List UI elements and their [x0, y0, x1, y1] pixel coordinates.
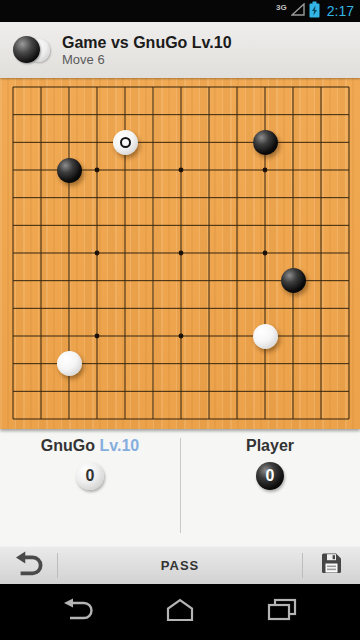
board-cell[interactable] — [195, 101, 223, 129]
android-navigation-bar — [0, 584, 360, 640]
clock-text: 2:17 — [327, 3, 354, 19]
board-cell[interactable] — [27, 78, 55, 101]
board-cell[interactable] — [279, 350, 307, 378]
board-cell[interactable] — [83, 295, 111, 323]
board-cell[interactable] — [279, 184, 307, 212]
board-cell[interactable] — [307, 101, 335, 129]
board-cell[interactable] — [27, 322, 55, 350]
board-cell[interactable] — [111, 295, 139, 323]
home-button[interactable] — [162, 596, 198, 628]
board-cell[interactable] — [251, 378, 279, 406]
board-cell[interactable] — [223, 184, 251, 212]
board-cell[interactable] — [279, 156, 307, 184]
board-cell[interactable] — [279, 322, 307, 350]
board-cell[interactable] — [167, 156, 195, 184]
board-cell[interactable] — [223, 350, 251, 378]
board-cell[interactable] — [251, 156, 279, 184]
board-cell[interactable] — [139, 101, 167, 129]
board-cell[interactable] — [111, 405, 139, 429]
app-header: Game vs GnuGo Lv.10 Move 6 — [0, 22, 360, 78]
board-cell[interactable] — [223, 322, 251, 350]
board-cell[interactable] — [279, 405, 307, 429]
board-cell[interactable] — [0, 378, 27, 406]
board-cell[interactable] — [55, 239, 83, 267]
board-cell[interactable] — [335, 322, 360, 350]
board-cell[interactable] — [111, 78, 139, 101]
white-stone — [253, 324, 278, 349]
board-cell[interactable] — [139, 129, 167, 157]
board-cell[interactable] — [27, 405, 55, 429]
board-intersections — [0, 78, 360, 429]
board-cell[interactable] — [167, 239, 195, 267]
battery-charging-icon — [309, 1, 320, 22]
black-captures-counter: 0 — [256, 462, 284, 490]
app-screen: 3G 2:17 Game vs GnuGo Lv.10 Move 6 — [0, 0, 360, 640]
board-cell[interactable] — [279, 239, 307, 267]
board-cell[interactable] — [111, 184, 139, 212]
board-cell[interactable] — [55, 378, 83, 406]
board-cell[interactable] — [27, 267, 55, 295]
board-cell[interactable] — [223, 129, 251, 157]
board-cell[interactable] — [307, 184, 335, 212]
board-cell[interactable] — [307, 322, 335, 350]
board-cell[interactable] — [0, 239, 27, 267]
board-cell[interactable] — [111, 212, 139, 240]
board-cell[interactable] — [139, 378, 167, 406]
board-cell[interactable] — [27, 156, 55, 184]
board-cell[interactable] — [279, 78, 307, 101]
board-cell[interactable] — [335, 184, 360, 212]
back-button[interactable] — [60, 596, 96, 628]
board-cell[interactable] — [167, 350, 195, 378]
board-cell[interactable] — [139, 350, 167, 378]
board-cell[interactable] — [195, 239, 223, 267]
board-cell[interactable] — [83, 350, 111, 378]
board-cell[interactable] — [307, 78, 335, 101]
board-cell[interactable] — [223, 101, 251, 129]
board-cell[interactable] — [167, 322, 195, 350]
board-cell[interactable] — [0, 267, 27, 295]
board-cell[interactable] — [139, 156, 167, 184]
board-cell[interactable] — [279, 378, 307, 406]
board-cell[interactable] — [111, 129, 139, 157]
board-cell[interactable] — [251, 350, 279, 378]
white-player-name-text: GnuGo — [41, 437, 95, 454]
black-stone — [281, 268, 306, 293]
black-stone — [253, 130, 278, 155]
board-cell[interactable] — [139, 405, 167, 429]
board-cell[interactable] — [279, 295, 307, 323]
board-cell[interactable] — [223, 378, 251, 406]
board-cell[interactable] — [307, 129, 335, 157]
board-cell[interactable] — [335, 378, 360, 406]
board-cell[interactable] — [139, 267, 167, 295]
board-cell[interactable] — [195, 350, 223, 378]
page-title: Game vs GnuGo Lv.10 — [62, 33, 232, 52]
board-cell[interactable] — [251, 239, 279, 267]
board-cell[interactable] — [307, 212, 335, 240]
board-cell[interactable] — [167, 267, 195, 295]
board-cell[interactable] — [167, 184, 195, 212]
board-cell[interactable] — [307, 405, 335, 429]
board-cell[interactable] — [111, 239, 139, 267]
board-cell[interactable] — [55, 322, 83, 350]
board-cell[interactable] — [27, 350, 55, 378]
board-cell[interactable] — [139, 322, 167, 350]
board-cell[interactable] — [307, 350, 335, 378]
board-cell[interactable] — [251, 322, 279, 350]
board-cell[interactable] — [251, 405, 279, 429]
board-cell[interactable] — [251, 212, 279, 240]
board-cell[interactable] — [251, 184, 279, 212]
board-cell[interactable] — [223, 156, 251, 184]
board-cell[interactable] — [335, 295, 360, 323]
board-cell[interactable] — [195, 378, 223, 406]
board-cell[interactable] — [307, 239, 335, 267]
board-cell[interactable] — [195, 295, 223, 323]
board-cell[interactable] — [279, 129, 307, 157]
white-captures-value: 0 — [86, 467, 95, 485]
board-cell[interactable] — [0, 295, 27, 323]
board-cell[interactable] — [55, 212, 83, 240]
board-cell[interactable] — [139, 78, 167, 101]
board-cell[interactable] — [111, 378, 139, 406]
board-cell[interactable] — [0, 184, 27, 212]
board-cell[interactable] — [223, 295, 251, 323]
board-cell[interactable] — [27, 184, 55, 212]
black-player-name: Player — [246, 437, 294, 455]
board-cell[interactable] — [167, 212, 195, 240]
board-cell[interactable] — [335, 101, 360, 129]
board-cell[interactable] — [111, 350, 139, 378]
board-cell[interactable] — [27, 295, 55, 323]
board-cell[interactable] — [83, 78, 111, 101]
board-cell[interactable] — [0, 101, 27, 129]
board-cell[interactable] — [83, 156, 111, 184]
move-counter: Move 6 — [62, 52, 232, 68]
board-cell[interactable] — [195, 267, 223, 295]
board-cell[interactable] — [195, 156, 223, 184]
board-cell[interactable] — [0, 156, 27, 184]
black-player-info: Player 0 — [180, 429, 360, 546]
board-cell[interactable] — [55, 295, 83, 323]
white-player-name: GnuGo Lv.10 — [41, 437, 139, 455]
pass-button-label: PASS — [161, 558, 199, 573]
board-cell[interactable] — [0, 129, 27, 157]
board-cell[interactable] — [195, 322, 223, 350]
capture-info-panel: GnuGo Lv.10 0 Player 0 — [0, 429, 360, 546]
board-cell[interactable] — [0, 322, 27, 350]
board-cell[interactable] — [251, 78, 279, 101]
board-cell[interactable] — [55, 156, 83, 184]
board-cell[interactable] — [195, 129, 223, 157]
board-cell[interactable] — [251, 101, 279, 129]
board-cell[interactable] — [335, 239, 360, 267]
white-stone — [113, 130, 138, 155]
board-cell[interactable] — [0, 350, 27, 378]
board-cell[interactable] — [0, 405, 27, 429]
board-cell[interactable] — [27, 101, 55, 129]
board-cell[interactable] — [167, 129, 195, 157]
black-captures-value: 0 — [266, 467, 275, 485]
board-cell[interactable] — [223, 212, 251, 240]
board-cell[interactable] — [167, 405, 195, 429]
board-cell[interactable] — [27, 378, 55, 406]
android-back-icon — [61, 598, 95, 626]
board-cell[interactable] — [83, 405, 111, 429]
board-cell[interactable] — [335, 156, 360, 184]
status-bar: 3G 2:17 — [0, 0, 360, 22]
board-cell[interactable] — [111, 156, 139, 184]
board-cell[interactable] — [195, 78, 223, 101]
board-cell[interactable] — [335, 405, 360, 429]
board-cell[interactable] — [55, 405, 83, 429]
white-player-level: Lv.10 — [99, 437, 139, 454]
white-captures-counter: 0 — [76, 462, 104, 490]
board-cell[interactable] — [111, 267, 139, 295]
board-cell[interactable] — [307, 267, 335, 295]
board-cell[interactable] — [335, 78, 360, 101]
board-cell[interactable] — [55, 101, 83, 129]
board-cell[interactable] — [307, 295, 335, 323]
board-cell[interactable] — [83, 212, 111, 240]
board-cell[interactable] — [83, 239, 111, 267]
network-type-label: 3G — [276, 3, 287, 12]
undo-arrow-icon — [14, 550, 44, 581]
board-cell[interactable] — [83, 101, 111, 129]
board-cell[interactable] — [0, 78, 27, 101]
save-button[interactable] — [303, 547, 360, 584]
black-stone — [57, 158, 82, 183]
action-toolbar: PASS — [0, 546, 360, 584]
board-cell[interactable] — [279, 101, 307, 129]
board-cell[interactable] — [223, 267, 251, 295]
last-move-marker — [120, 137, 131, 148]
board-cell[interactable] — [139, 239, 167, 267]
board-cell[interactable] — [223, 78, 251, 101]
board-cell[interactable] — [167, 78, 195, 101]
board-cell[interactable] — [55, 78, 83, 101]
board-cell[interactable] — [27, 212, 55, 240]
board-cell[interactable] — [139, 212, 167, 240]
board-cell[interactable] — [111, 101, 139, 129]
board-cell[interactable] — [139, 295, 167, 323]
board-cell[interactable] — [83, 322, 111, 350]
signal-triangle-icon — [291, 2, 305, 20]
undo-button[interactable] — [0, 547, 57, 584]
board-cell[interactable] — [167, 295, 195, 323]
pass-button[interactable]: PASS — [58, 547, 302, 584]
board-cell[interactable] — [195, 184, 223, 212]
board-cell[interactable] — [223, 405, 251, 429]
board-cell[interactable] — [55, 129, 83, 157]
board-cell[interactable] — [335, 129, 360, 157]
board-cell[interactable] — [0, 212, 27, 240]
board-cell[interactable] — [55, 350, 83, 378]
board-cell[interactable] — [83, 378, 111, 406]
board-cell[interactable] — [27, 129, 55, 157]
board-cell[interactable] — [251, 267, 279, 295]
floppy-save-icon — [320, 552, 343, 579]
board-cell[interactable] — [279, 267, 307, 295]
board-cell[interactable] — [307, 156, 335, 184]
board-cell[interactable] — [335, 350, 360, 378]
board-cell[interactable] — [111, 322, 139, 350]
board-cell[interactable] — [83, 267, 111, 295]
board-cell[interactable] — [335, 212, 360, 240]
white-stone — [57, 351, 82, 376]
board-cell[interactable] — [167, 378, 195, 406]
board-cell[interactable] — [279, 212, 307, 240]
board-cell[interactable] — [335, 267, 360, 295]
board-cell[interactable] — [55, 267, 83, 295]
white-player-info: GnuGo Lv.10 0 — [0, 429, 180, 546]
board-cell[interactable] — [223, 239, 251, 267]
panel-divider — [180, 438, 181, 533]
board-cell[interactable] — [195, 405, 223, 429]
board-cell[interactable] — [83, 129, 111, 157]
board-cell[interactable] — [27, 239, 55, 267]
board-cell[interactable] — [195, 212, 223, 240]
board-cell[interactable] — [83, 184, 111, 212]
go-board — [0, 78, 360, 429]
board-cell[interactable] — [167, 101, 195, 129]
board-cell[interactable] — [55, 184, 83, 212]
board-cell[interactable] — [251, 129, 279, 157]
go-stones-icon — [12, 35, 54, 65]
board-cell[interactable] — [139, 184, 167, 212]
android-home-icon — [163, 598, 197, 626]
board-cell[interactable] — [307, 378, 335, 406]
recents-button[interactable] — [264, 596, 300, 628]
android-recents-icon — [266, 598, 298, 626]
board-cell[interactable] — [251, 295, 279, 323]
